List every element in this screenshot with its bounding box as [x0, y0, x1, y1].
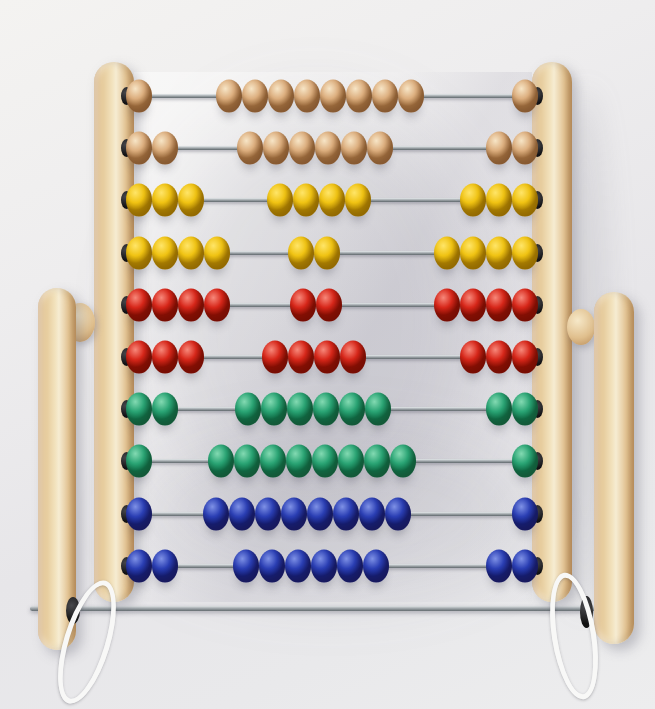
bead-group-right-row-5 — [434, 288, 538, 321]
bead-group-left-row-6 — [126, 341, 204, 374]
bead-green[interactable] — [286, 445, 312, 478]
bead-red[interactable] — [288, 341, 314, 374]
bead-group-right-row-8 — [512, 445, 538, 478]
bead-red[interactable] — [290, 288, 316, 321]
bead-group-left-row-1 — [126, 80, 152, 113]
bead-group-left-row-8 — [126, 445, 152, 478]
bead-group-right-row-7 — [486, 393, 538, 426]
bead-group-middle-row-2 — [237, 132, 393, 165]
bead-green[interactable] — [512, 393, 538, 426]
bead-red[interactable] — [460, 341, 486, 374]
bead-natural[interactable] — [512, 80, 538, 113]
bead-natural[interactable] — [367, 132, 393, 165]
bead-red[interactable] — [126, 341, 152, 374]
bead-natural[interactable] — [372, 80, 398, 113]
bead-green[interactable] — [486, 393, 512, 426]
bead-blue[interactable] — [203, 497, 229, 530]
bead-natural[interactable] — [263, 132, 289, 165]
bead-yellow[interactable] — [267, 184, 293, 217]
bead-group-middle-row-3 — [267, 184, 371, 217]
bead-group-left-row-7 — [126, 393, 178, 426]
bead-blue[interactable] — [255, 497, 281, 530]
bead-yellow[interactable] — [345, 184, 371, 217]
abacus-row-8 — [130, 435, 534, 487]
bead-yellow[interactable] — [460, 184, 486, 217]
bead-blue[interactable] — [233, 549, 259, 582]
bead-group-right-row-6 — [460, 341, 538, 374]
bead-yellow[interactable] — [434, 236, 460, 269]
bead-green[interactable] — [312, 445, 338, 478]
bead-blue[interactable] — [333, 497, 359, 530]
bead-natural[interactable] — [294, 80, 320, 113]
bead-natural[interactable] — [486, 132, 512, 165]
bead-natural[interactable] — [152, 132, 178, 165]
abacus-row-1 — [130, 70, 534, 122]
bead-group-left-row-5 — [126, 288, 230, 321]
bead-green[interactable] — [313, 393, 339, 426]
bead-blue[interactable] — [281, 497, 307, 530]
bead-yellow[interactable] — [288, 236, 314, 269]
bead-group-left-row-10 — [126, 549, 178, 582]
abacus-row-7 — [130, 383, 534, 435]
bead-red[interactable] — [262, 341, 288, 374]
bead-yellow[interactable] — [460, 236, 486, 269]
bead-blue[interactable] — [259, 549, 285, 582]
bead-red[interactable] — [178, 341, 204, 374]
bead-red[interactable] — [434, 288, 460, 321]
bead-yellow[interactable] — [486, 184, 512, 217]
bead-blue[interactable] — [311, 549, 337, 582]
abacus-row-6 — [130, 331, 534, 383]
abacus-row-3 — [130, 174, 534, 226]
bead-blue[interactable] — [229, 497, 255, 530]
bead-natural[interactable] — [346, 80, 372, 113]
bead-natural[interactable] — [216, 80, 242, 113]
abacus-row-4 — [130, 227, 534, 279]
bead-natural[interactable] — [237, 132, 263, 165]
abacus-row-5 — [130, 279, 534, 331]
bead-red[interactable] — [178, 288, 204, 321]
bead-yellow[interactable] — [178, 236, 204, 269]
bead-green[interactable] — [365, 393, 391, 426]
bead-green[interactable] — [390, 445, 416, 478]
bead-red[interactable] — [460, 288, 486, 321]
bead-green[interactable] — [126, 445, 152, 478]
bead-blue[interactable] — [152, 549, 178, 582]
bead-natural[interactable] — [320, 80, 346, 113]
bead-blue[interactable] — [512, 497, 538, 530]
bead-natural[interactable] — [398, 80, 424, 113]
bead-yellow[interactable] — [314, 236, 340, 269]
bead-yellow[interactable] — [178, 184, 204, 217]
bead-yellow[interactable] — [152, 236, 178, 269]
bead-yellow[interactable] — [126, 236, 152, 269]
bead-green[interactable] — [512, 445, 538, 478]
bead-red[interactable] — [512, 288, 538, 321]
bead-yellow[interactable] — [126, 184, 152, 217]
bead-group-left-row-2 — [126, 132, 178, 165]
bead-natural[interactable] — [268, 80, 294, 113]
abacus-photo — [0, 0, 655, 709]
bead-yellow[interactable] — [512, 184, 538, 217]
bead-yellow[interactable] — [486, 236, 512, 269]
bead-red[interactable] — [152, 288, 178, 321]
bead-blue[interactable] — [512, 549, 538, 582]
bead-group-middle-row-10 — [233, 549, 389, 582]
bead-blue[interactable] — [385, 497, 411, 530]
abacus-row-2 — [130, 122, 534, 174]
abacus-row-9 — [130, 488, 534, 540]
bead-group-middle-row-7 — [235, 393, 391, 426]
bead-yellow[interactable] — [204, 236, 230, 269]
bead-green[interactable] — [152, 393, 178, 426]
bead-group-middle-row-8 — [208, 445, 416, 478]
bead-group-right-row-9 — [512, 497, 538, 530]
bead-blue[interactable] — [359, 497, 385, 530]
wood-knob-right — [567, 309, 595, 345]
bead-blue[interactable] — [307, 497, 333, 530]
bead-green[interactable] — [261, 393, 287, 426]
bead-red[interactable] — [204, 288, 230, 321]
bead-red[interactable] — [126, 288, 152, 321]
bead-yellow[interactable] — [512, 236, 538, 269]
frame-handle-left — [38, 288, 76, 650]
bead-blue[interactable] — [126, 549, 152, 582]
abacus-rows — [130, 70, 534, 592]
bead-group-left-row-9 — [126, 497, 152, 530]
bead-group-middle-row-4 — [288, 236, 340, 269]
bead-green[interactable] — [364, 445, 390, 478]
bead-group-left-row-3 — [126, 184, 204, 217]
bead-green[interactable] — [287, 393, 313, 426]
abacus-row-10 — [130, 540, 534, 592]
bead-natural[interactable] — [289, 132, 315, 165]
bead-green[interactable] — [338, 445, 364, 478]
bead-yellow[interactable] — [293, 184, 319, 217]
bead-red[interactable] — [340, 341, 366, 374]
bead-red[interactable] — [512, 341, 538, 374]
bead-natural[interactable] — [315, 132, 341, 165]
frame-handle-right — [594, 292, 634, 644]
bead-natural[interactable] — [242, 80, 268, 113]
bead-green[interactable] — [235, 393, 261, 426]
bead-green[interactable] — [126, 393, 152, 426]
bead-yellow[interactable] — [319, 184, 345, 217]
bead-red[interactable] — [314, 341, 340, 374]
bead-blue[interactable] — [337, 549, 363, 582]
bead-group-middle-row-5 — [290, 288, 342, 321]
bead-blue[interactable] — [363, 549, 389, 582]
bead-group-middle-row-1 — [216, 80, 424, 113]
bead-green[interactable] — [208, 445, 234, 478]
bead-natural[interactable] — [341, 132, 367, 165]
bead-green[interactable] — [234, 445, 260, 478]
bead-group-middle-row-6 — [262, 341, 366, 374]
bead-yellow[interactable] — [152, 184, 178, 217]
bead-blue[interactable] — [486, 549, 512, 582]
bead-blue[interactable] — [285, 549, 311, 582]
bead-group-middle-row-9 — [203, 497, 411, 530]
bead-group-right-row-2 — [486, 132, 538, 165]
bead-green[interactable] — [339, 393, 365, 426]
bead-green[interactable] — [260, 445, 286, 478]
bead-group-right-row-3 — [460, 184, 538, 217]
bead-group-right-row-1 — [512, 80, 538, 113]
bead-red[interactable] — [152, 341, 178, 374]
bead-group-right-row-10 — [486, 549, 538, 582]
bead-red[interactable] — [316, 288, 342, 321]
bead-natural[interactable] — [126, 80, 152, 113]
bead-natural[interactable] — [512, 132, 538, 165]
bead-natural[interactable] — [126, 132, 152, 165]
bead-blue[interactable] — [126, 497, 152, 530]
bead-red[interactable] — [486, 288, 512, 321]
bottom-metal-rod — [30, 606, 622, 611]
bead-group-left-row-4 — [126, 236, 230, 269]
bead-red[interactable] — [486, 341, 512, 374]
bead-group-right-row-4 — [434, 236, 538, 269]
